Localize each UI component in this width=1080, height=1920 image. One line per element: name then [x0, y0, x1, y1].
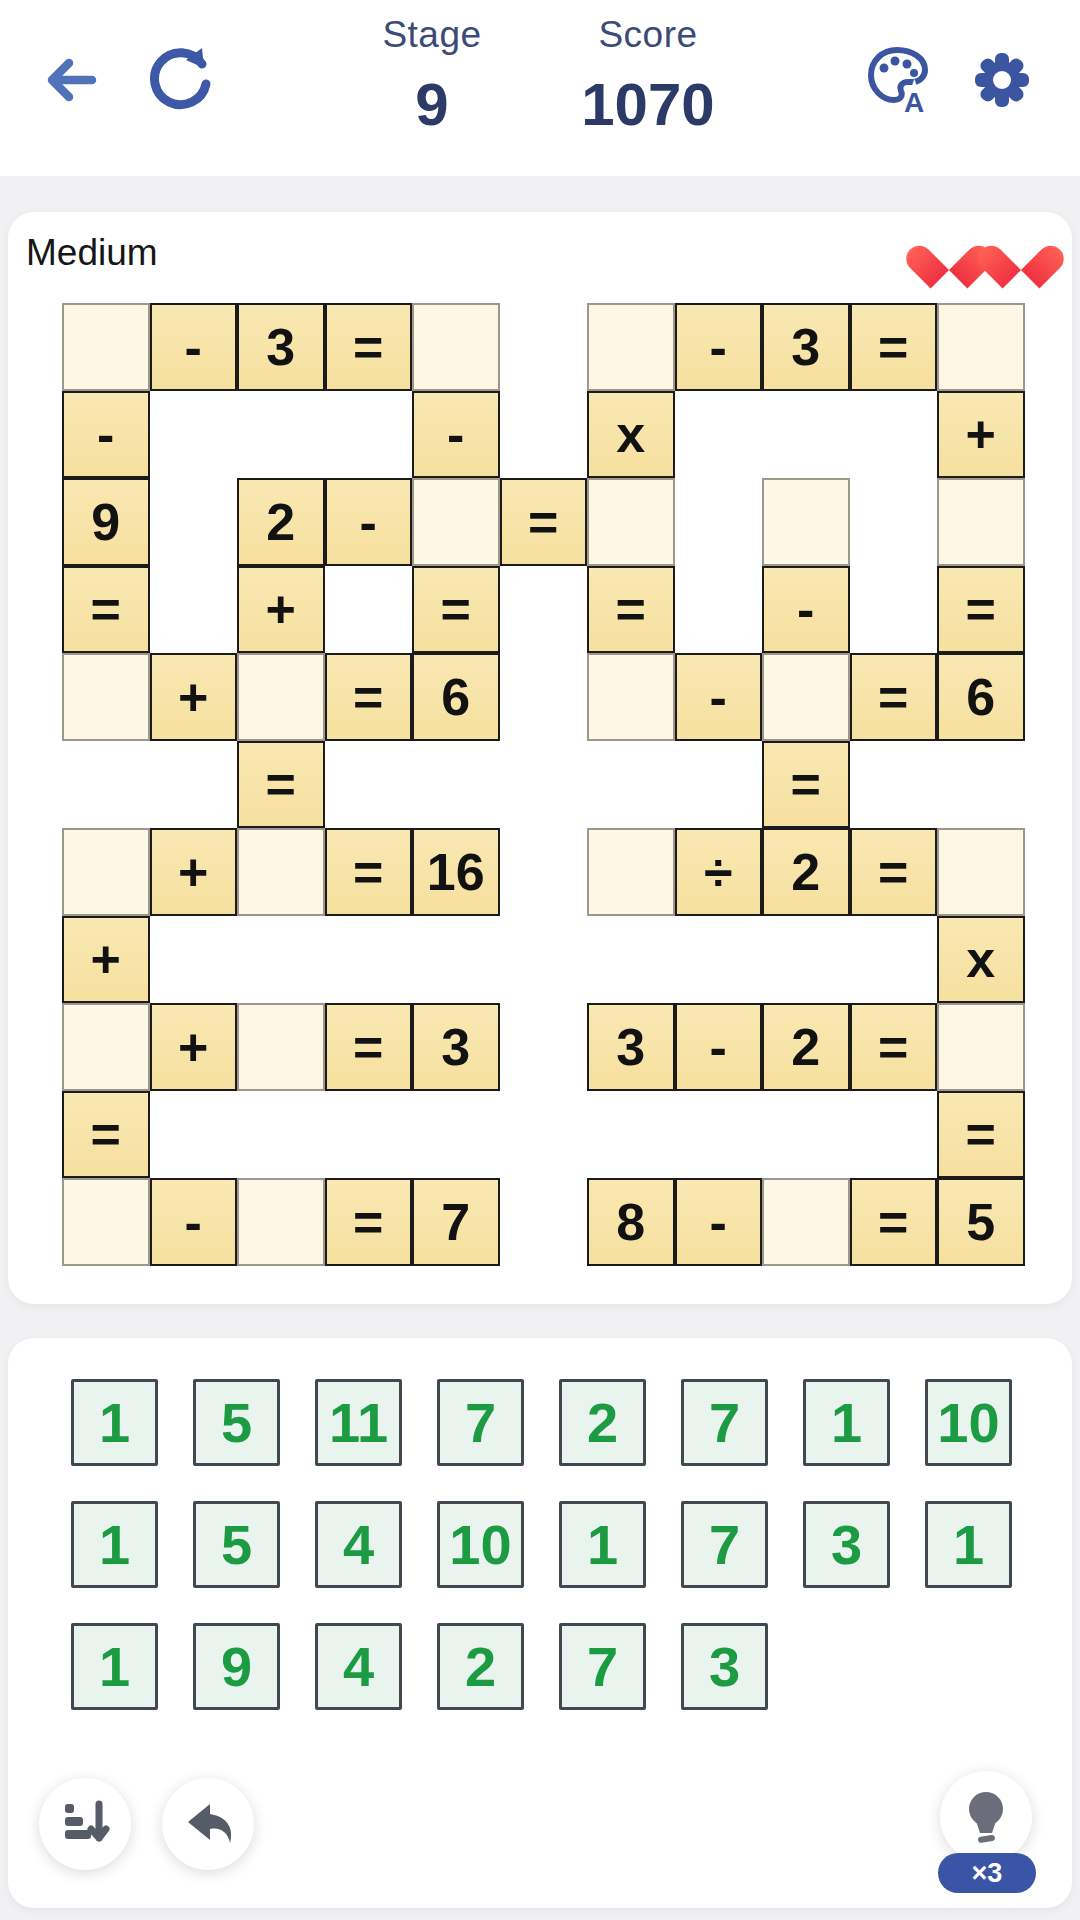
board-cell-prefilled-r5c4: = — [325, 653, 413, 741]
number-tile[interactable]: 1 — [559, 1501, 646, 1588]
board-gap — [150, 566, 238, 654]
board-cell-empty-r5c3[interactable] — [237, 653, 325, 741]
board-cell-prefilled-r11c5: 7 — [412, 1178, 500, 1266]
board-cell-prefilled-r9c2: + — [150, 1003, 238, 1091]
board-cell-prefilled-r2c7: x — [587, 391, 675, 479]
heart-icon — [996, 228, 1046, 274]
board-cell-empty-r3c9[interactable] — [762, 478, 850, 566]
board-cell-prefilled-r4c3: + — [237, 566, 325, 654]
number-tile[interactable]: 9 — [193, 1623, 280, 1710]
undo-icon — [180, 1796, 236, 1852]
undo-button[interactable] — [162, 1778, 254, 1870]
board-gap — [675, 478, 763, 566]
board-gap — [237, 391, 325, 479]
board-cell-empty-r9c3[interactable] — [237, 1003, 325, 1091]
board-gap — [850, 478, 938, 566]
board-cell-prefilled-r11c4: = — [325, 1178, 413, 1266]
board-gap — [150, 391, 238, 479]
board-gap — [762, 1091, 850, 1179]
board-cell-prefilled-r1c10: = — [850, 303, 938, 391]
lives — [924, 228, 1046, 274]
board-gap — [937, 741, 1025, 829]
board-cell-prefilled-r9c9: 2 — [762, 1003, 850, 1091]
board-cell-prefilled-r8c1: + — [62, 916, 150, 1004]
number-tile[interactable]: 5 — [193, 1501, 280, 1588]
number-tile[interactable]: 7 — [437, 1379, 524, 1466]
stage-stat: Stage 9 — [342, 14, 522, 139]
board-gap — [500, 566, 588, 654]
board-cell-empty-r1c11[interactable] — [937, 303, 1025, 391]
board-gap — [237, 916, 325, 1004]
number-tile[interactable]: 10 — [437, 1501, 524, 1588]
board-cell-prefilled-r1c4: = — [325, 303, 413, 391]
board-gap — [675, 566, 763, 654]
board-cell-empty-r11c9[interactable] — [762, 1178, 850, 1266]
board-gap — [500, 1091, 588, 1179]
board-cell-empty-r5c1[interactable] — [62, 653, 150, 741]
board-cell-prefilled-r5c8: - — [675, 653, 763, 741]
number-tile[interactable]: 1 — [71, 1501, 158, 1588]
board-cell-empty-r1c1[interactable] — [62, 303, 150, 391]
number-tile[interactable]: 7 — [681, 1379, 768, 1466]
hint-button[interactable] — [940, 1771, 1032, 1863]
board-cell-prefilled-r7c10: = — [850, 828, 938, 916]
board-cell-empty-r7c3[interactable] — [237, 828, 325, 916]
number-tile[interactable]: 5 — [193, 1379, 280, 1466]
board-cell-empty-r9c1[interactable] — [62, 1003, 150, 1091]
board-gap — [587, 1091, 675, 1179]
restart-button[interactable] — [148, 46, 212, 110]
board-gap — [850, 741, 938, 829]
board-cell-prefilled-r4c1: = — [62, 566, 150, 654]
board-cell-empty-r1c7[interactable] — [587, 303, 675, 391]
board-cell-prefilled-r7c9: 2 — [762, 828, 850, 916]
board-gap — [587, 741, 675, 829]
board-gap — [325, 741, 413, 829]
board-cell-prefilled-r10c11: = — [937, 1091, 1025, 1179]
board-cell-prefilled-r3c6: = — [500, 478, 588, 566]
board-gap — [675, 916, 763, 1004]
board-gap — [850, 916, 938, 1004]
board-gap — [675, 391, 763, 479]
number-tile[interactable]: 2 — [437, 1623, 524, 1710]
board-gap — [325, 1091, 413, 1179]
board-cell-prefilled-r1c8: - — [675, 303, 763, 391]
board-gap — [500, 653, 588, 741]
board-cell-prefilled-r5c11: 6 — [937, 653, 1025, 741]
hint-bulb-icon — [957, 1786, 1015, 1848]
board-gap — [150, 741, 238, 829]
stage-value: 9 — [342, 70, 522, 139]
puzzle-grid: -3=-3=--x+92-==+==-=+=6-=6==+=16÷2=+x+=3… — [62, 303, 1025, 1266]
number-tile[interactable]: 7 — [559, 1623, 646, 1710]
board-gap — [500, 1003, 588, 1091]
board-cell-prefilled-r10c1: = — [62, 1091, 150, 1179]
board-gap — [500, 391, 588, 479]
board-gap — [150, 478, 238, 566]
board-cell-prefilled-r4c7: = — [587, 566, 675, 654]
number-tile[interactable]: 1 — [803, 1379, 890, 1466]
board-cell-prefilled-r2c5: - — [412, 391, 500, 479]
restart-icon — [148, 46, 212, 110]
board-gap — [500, 828, 588, 916]
board-gap — [850, 391, 938, 479]
heart-icon — [924, 228, 974, 274]
board-cell-prefilled-r11c8: - — [675, 1178, 763, 1266]
board-cell-prefilled-r7c4: = — [325, 828, 413, 916]
number-tile[interactable]: 1 — [925, 1501, 1012, 1588]
board-gap — [412, 1091, 500, 1179]
board-cell-prefilled-r5c10: = — [850, 653, 938, 741]
number-tile[interactable]: 1 — [71, 1623, 158, 1710]
board-gap — [675, 741, 763, 829]
board-cell-prefilled-r11c7: 8 — [587, 1178, 675, 1266]
board-cell-empty-r7c11[interactable] — [937, 828, 1025, 916]
board-cell-empty-r5c7[interactable] — [587, 653, 675, 741]
settings-gear-icon — [970, 48, 1034, 112]
score-label: Score — [558, 14, 738, 56]
number-tile[interactable]: 3 — [803, 1501, 890, 1588]
board-cell-empty-r5c9[interactable] — [762, 653, 850, 741]
board-cell-prefilled-r9c7: 3 — [587, 1003, 675, 1091]
sort-icon — [57, 1796, 113, 1852]
board-cell-prefilled-r4c5: = — [412, 566, 500, 654]
board-cell-prefilled-r2c1: - — [62, 391, 150, 479]
number-tile[interactable]: 1 — [71, 1379, 158, 1466]
board-cell-prefilled-r1c3: 3 — [237, 303, 325, 391]
hint-count-badge[interactable]: ×3 — [938, 1853, 1036, 1893]
theme-button[interactable]: A — [864, 44, 932, 116]
number-tile[interactable]: 4 — [315, 1501, 402, 1588]
number-tile[interactable]: 11 — [315, 1379, 402, 1466]
board-gap — [762, 391, 850, 479]
back-button[interactable] — [42, 52, 98, 108]
top-bar: Stage 9 Score 1070 A — [0, 0, 1080, 176]
board-cell-empty-r1c5[interactable] — [412, 303, 500, 391]
board-gap — [412, 741, 500, 829]
board-cell-empty-r11c3[interactable] — [237, 1178, 325, 1266]
tile-rows: 1511727110 154101731 194273 — [71, 1379, 1012, 1710]
board-cell-prefilled-r9c10: = — [850, 1003, 938, 1091]
board-gap — [62, 741, 150, 829]
board-cell-empty-r7c1[interactable] — [62, 828, 150, 916]
board-cell-empty-r9c11[interactable] — [937, 1003, 1025, 1091]
number-tile[interactable]: 7 — [681, 1501, 768, 1588]
svg-text:A: A — [904, 87, 924, 116]
board-cell-prefilled-r1c9: 3 — [762, 303, 850, 391]
board-gap — [500, 741, 588, 829]
board-cell-prefilled-r9c5: 3 — [412, 1003, 500, 1091]
board-cell-empty-r3c11[interactable] — [937, 478, 1025, 566]
board-cell-empty-r7c7[interactable] — [587, 828, 675, 916]
board-gap — [150, 916, 238, 1004]
number-tile[interactable]: 4 — [315, 1623, 402, 1710]
board-cell-prefilled-r11c10: = — [850, 1178, 938, 1266]
board-cell-prefilled-r11c11: 5 — [937, 1178, 1025, 1266]
board-cell-prefilled-r8c11: x — [937, 916, 1025, 1004]
board-cell-prefilled-r6c3: = — [237, 741, 325, 829]
board-cell-prefilled-r7c2: + — [150, 828, 238, 916]
tile-row-2: 154101731 — [71, 1501, 1012, 1588]
tile-row-3: 194273 — [71, 1623, 1012, 1710]
board-gap — [500, 916, 588, 1004]
board-cell-prefilled-r4c9: - — [762, 566, 850, 654]
back-icon — [42, 52, 98, 108]
board-cell-prefilled-r9c8: - — [675, 1003, 763, 1091]
board-cell-prefilled-r3c3: 2 — [237, 478, 325, 566]
board-gap — [850, 1091, 938, 1179]
board-gap — [762, 916, 850, 1004]
board-cell-prefilled-r7c5: 16 — [412, 828, 500, 916]
board-cell-prefilled-r7c8: ÷ — [675, 828, 763, 916]
tile-row-1: 1511727110 — [71, 1379, 1012, 1466]
number-tile[interactable]: 3 — [681, 1623, 768, 1710]
score-value: 1070 — [558, 70, 738, 139]
board-cell-prefilled-r9c4: = — [325, 1003, 413, 1091]
board-gap — [675, 1091, 763, 1179]
board-cell-prefilled-r6c9: = — [762, 741, 850, 829]
board-cell-empty-r3c7[interactable] — [587, 478, 675, 566]
board-cell-prefilled-r5c5: 6 — [412, 653, 500, 741]
board-cell-empty-r11c1[interactable] — [62, 1178, 150, 1266]
settings-button[interactable] — [970, 48, 1034, 112]
board-gap — [500, 1178, 588, 1266]
sort-button[interactable] — [39, 1778, 131, 1870]
board-cell-empty-r3c5[interactable] — [412, 478, 500, 566]
difficulty-label: Medium — [26, 232, 158, 274]
board-gap — [237, 1091, 325, 1179]
board-gap — [325, 566, 413, 654]
board-gap — [412, 916, 500, 1004]
board-cell-prefilled-r3c4: - — [325, 478, 413, 566]
number-tile[interactable]: 2 — [559, 1379, 646, 1466]
board-cell-prefilled-r4c11: = — [937, 566, 1025, 654]
board-cell-prefilled-r1c2: - — [150, 303, 238, 391]
tile-tray-card: 1511727110 154101731 194273 ×3 — [8, 1338, 1072, 1908]
board-gap — [325, 391, 413, 479]
board-cell-prefilled-r3c1: 9 — [62, 478, 150, 566]
board-cell-prefilled-r2c11: + — [937, 391, 1025, 479]
stage-label: Stage — [342, 14, 522, 56]
board-gap — [150, 1091, 238, 1179]
board-gap — [587, 916, 675, 1004]
score-stat: Score 1070 — [558, 14, 738, 139]
board-gap — [500, 303, 588, 391]
theme-palette-icon: A — [864, 44, 932, 116]
board-cell-prefilled-r11c2: - — [150, 1178, 238, 1266]
board-gap — [325, 916, 413, 1004]
board-cell-prefilled-r5c2: + — [150, 653, 238, 741]
number-tile[interactable]: 10 — [925, 1379, 1012, 1466]
puzzle-board-card: Medium -3=-3=--x+92-==+==-=+=6-=6==+=16÷… — [8, 212, 1072, 1304]
board-gap — [850, 566, 938, 654]
